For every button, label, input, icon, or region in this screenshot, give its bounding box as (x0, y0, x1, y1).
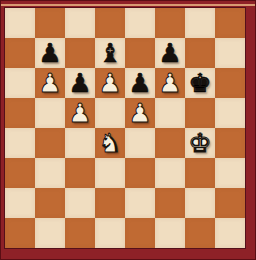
square-h3[interactable] (215, 158, 245, 188)
board: ♟♝♟♟♟♟♟♟♚♟♟♞♚ (5, 8, 245, 248)
square-g6[interactable]: ♚ (185, 68, 215, 98)
black-pawn-b7: ♟ (38, 38, 61, 68)
square-h4[interactable] (215, 128, 245, 158)
square-c6[interactable]: ♟ (65, 68, 95, 98)
black-pawn-e6: ♟ (128, 68, 151, 98)
square-g3[interactable] (185, 158, 215, 188)
square-e4[interactable] (125, 128, 155, 158)
square-h2[interactable] (215, 188, 245, 218)
square-e2[interactable] (125, 188, 155, 218)
square-f2[interactable] (155, 188, 185, 218)
square-a3[interactable] (5, 158, 35, 188)
white-pawn-e5: ♟ (128, 98, 151, 128)
square-f6[interactable]: ♟ (155, 68, 185, 98)
black-pawn-f7: ♟ (158, 38, 181, 68)
square-c5[interactable]: ♟ (65, 98, 95, 128)
square-h7[interactable] (215, 38, 245, 68)
square-e3[interactable] (125, 158, 155, 188)
white-king-g4: ♚ (188, 128, 211, 158)
black-pawn-c6: ♟ (68, 68, 91, 98)
square-d6[interactable]: ♟ (95, 68, 125, 98)
square-f7[interactable]: ♟ (155, 38, 185, 68)
square-f1[interactable] (155, 218, 185, 248)
square-e6[interactable]: ♟ (125, 68, 155, 98)
square-a5[interactable] (5, 98, 35, 128)
square-c8[interactable] (65, 8, 95, 38)
square-e7[interactable] (125, 38, 155, 68)
square-c1[interactable] (65, 218, 95, 248)
square-d3[interactable] (95, 158, 125, 188)
square-c3[interactable] (65, 158, 95, 188)
square-b3[interactable] (35, 158, 65, 188)
square-f3[interactable] (155, 158, 185, 188)
square-a2[interactable] (5, 188, 35, 218)
square-f5[interactable] (155, 98, 185, 128)
white-pawn-f6: ♟ (158, 68, 181, 98)
square-g8[interactable] (185, 8, 215, 38)
square-h6[interactable] (215, 68, 245, 98)
square-g7[interactable] (185, 38, 215, 68)
square-c4[interactable] (65, 128, 95, 158)
square-e8[interactable] (125, 8, 155, 38)
square-c7[interactable] (65, 38, 95, 68)
white-knight-d4: ♞ (98, 128, 121, 158)
square-a1[interactable] (5, 218, 35, 248)
square-b6[interactable]: ♟ (35, 68, 65, 98)
square-d1[interactable] (95, 218, 125, 248)
square-g4[interactable]: ♚ (185, 128, 215, 158)
square-h1[interactable] (215, 218, 245, 248)
black-bishop-d7: ♝ (98, 38, 121, 68)
square-f8[interactable] (155, 8, 185, 38)
square-g2[interactable] (185, 188, 215, 218)
square-g5[interactable] (185, 98, 215, 128)
square-d5[interactable] (95, 98, 125, 128)
square-c2[interactable] (65, 188, 95, 218)
black-king-g6: ♚ (188, 68, 211, 98)
square-h5[interactable] (215, 98, 245, 128)
square-a8[interactable] (5, 8, 35, 38)
square-f4[interactable] (155, 128, 185, 158)
white-pawn-c5: ♟ (68, 98, 91, 128)
square-g1[interactable] (185, 218, 215, 248)
square-d8[interactable] (95, 8, 125, 38)
square-d2[interactable] (95, 188, 125, 218)
square-a4[interactable] (5, 128, 35, 158)
square-b8[interactable] (35, 8, 65, 38)
frame-accent-line (1, 4, 255, 6)
square-b1[interactable] (35, 218, 65, 248)
white-pawn-d6: ♟ (98, 68, 121, 98)
square-e5[interactable]: ♟ (125, 98, 155, 128)
square-b5[interactable] (35, 98, 65, 128)
square-a6[interactable] (5, 68, 35, 98)
square-e1[interactable] (125, 218, 155, 248)
square-d4[interactable]: ♞ (95, 128, 125, 158)
square-a7[interactable] (5, 38, 35, 68)
square-b7[interactable]: ♟ (35, 38, 65, 68)
square-h8[interactable] (215, 8, 245, 38)
board-frame: ♟♝♟♟♟♟♟♟♚♟♟♞♚ (0, 0, 256, 260)
square-d7[interactable]: ♝ (95, 38, 125, 68)
white-pawn-b6: ♟ (38, 68, 61, 98)
square-b4[interactable] (35, 128, 65, 158)
square-b2[interactable] (35, 188, 65, 218)
